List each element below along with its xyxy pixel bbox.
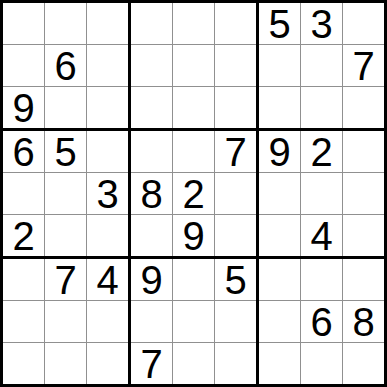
cell-r2c2[interactable]: 6: [45, 45, 86, 86]
cell-r6c9[interactable]: [343, 215, 384, 256]
cell-r4c5[interactable]: [173, 131, 214, 172]
cell-r3c5[interactable]: [173, 87, 214, 128]
cell-r1c6[interactable]: [215, 3, 256, 44]
cell-r3c1[interactable]: 9: [3, 87, 44, 128]
cell-r7c2[interactable]: 7: [45, 259, 86, 300]
cell-r5c5[interactable]: 2: [173, 173, 214, 214]
cell-r7c1[interactable]: [3, 259, 44, 300]
cell-r8c9[interactable]: 8: [343, 301, 384, 342]
cell-r5c1[interactable]: [3, 173, 44, 214]
cell-r1c4[interactable]: [131, 3, 172, 44]
cell-r7c3[interactable]: 4: [87, 259, 128, 300]
cell-r2c4[interactable]: [131, 45, 172, 86]
cell-r8c3[interactable]: [87, 301, 128, 342]
cell-r5c6[interactable]: [215, 173, 256, 214]
box-3-3: 68: [259, 259, 384, 384]
box-2-2: 7829: [131, 131, 256, 256]
cell-r3c4[interactable]: [131, 87, 172, 128]
cell-r8c7[interactable]: [259, 301, 300, 342]
cell-r6c1[interactable]: 2: [3, 215, 44, 256]
cell-r1c5[interactable]: [173, 3, 214, 44]
cell-r1c8[interactable]: 3: [301, 3, 342, 44]
cell-r3c9[interactable]: [343, 87, 384, 128]
cell-r1c2[interactable]: [45, 3, 86, 44]
cell-r1c7[interactable]: 5: [259, 3, 300, 44]
cell-r3c6[interactable]: [215, 87, 256, 128]
cell-r5c3[interactable]: 3: [87, 173, 128, 214]
cell-r9c3[interactable]: [87, 343, 128, 384]
cell-r7c8[interactable]: [301, 259, 342, 300]
cell-r4c4[interactable]: [131, 131, 172, 172]
cell-r9c9[interactable]: [343, 343, 384, 384]
cell-r7c6[interactable]: 5: [215, 259, 256, 300]
cell-r6c8[interactable]: 4: [301, 215, 342, 256]
cell-r5c2[interactable]: [45, 173, 86, 214]
cell-r8c5[interactable]: [173, 301, 214, 342]
cell-r1c1[interactable]: [3, 3, 44, 44]
cell-r4c6[interactable]: 7: [215, 131, 256, 172]
box-2-1: 6532: [3, 131, 128, 256]
cell-r4c3[interactable]: [87, 131, 128, 172]
cell-r9c1[interactable]: [3, 343, 44, 384]
cell-r2c5[interactable]: [173, 45, 214, 86]
cell-r2c8[interactable]: [301, 45, 342, 86]
box-1-1: 69: [3, 3, 128, 128]
box-1-2: [131, 3, 256, 128]
cell-r8c8[interactable]: 6: [301, 301, 342, 342]
cell-r4c7[interactable]: 9: [259, 131, 300, 172]
cell-r2c6[interactable]: [215, 45, 256, 86]
sudoku-board: 69537653278299247495768: [0, 0, 387, 387]
cell-r5c8[interactable]: [301, 173, 342, 214]
cell-r4c9[interactable]: [343, 131, 384, 172]
cell-r5c9[interactable]: [343, 173, 384, 214]
cell-r7c9[interactable]: [343, 259, 384, 300]
cell-r6c7[interactable]: [259, 215, 300, 256]
cell-r2c3[interactable]: [87, 45, 128, 86]
cell-r2c7[interactable]: [259, 45, 300, 86]
cell-r8c4[interactable]: [131, 301, 172, 342]
cell-r3c3[interactable]: [87, 87, 128, 128]
cell-r6c3[interactable]: [87, 215, 128, 256]
cell-r9c2[interactable]: [45, 343, 86, 384]
cell-r6c5[interactable]: 9: [173, 215, 214, 256]
cell-r3c2[interactable]: [45, 87, 86, 128]
cell-r6c6[interactable]: [215, 215, 256, 256]
cell-r4c1[interactable]: 6: [3, 131, 44, 172]
cell-r7c4[interactable]: 9: [131, 259, 172, 300]
cell-r4c2[interactable]: 5: [45, 131, 86, 172]
cell-r9c8[interactable]: [301, 343, 342, 384]
cell-r1c9[interactable]: [343, 3, 384, 44]
cell-r6c2[interactable]: [45, 215, 86, 256]
cell-r2c9[interactable]: 7: [343, 45, 384, 86]
cell-r8c1[interactable]: [3, 301, 44, 342]
cell-r8c2[interactable]: [45, 301, 86, 342]
cell-r8c6[interactable]: [215, 301, 256, 342]
cell-r9c4[interactable]: 7: [131, 343, 172, 384]
cell-r4c8[interactable]: 2: [301, 131, 342, 172]
box-3-1: 74: [3, 259, 128, 384]
cell-r5c7[interactable]: [259, 173, 300, 214]
cell-r9c7[interactable]: [259, 343, 300, 384]
cell-r9c6[interactable]: [215, 343, 256, 384]
cell-r5c4[interactable]: 8: [131, 173, 172, 214]
cell-r7c7[interactable]: [259, 259, 300, 300]
cell-r9c5[interactable]: [173, 343, 214, 384]
box-1-3: 537: [259, 3, 384, 128]
box-2-3: 924: [259, 131, 384, 256]
box-3-2: 957: [131, 259, 256, 384]
cell-r7c5[interactable]: [173, 259, 214, 300]
cell-r3c8[interactable]: [301, 87, 342, 128]
cell-r1c3[interactable]: [87, 3, 128, 44]
cell-r2c1[interactable]: [3, 45, 44, 86]
cell-r3c7[interactable]: [259, 87, 300, 128]
cell-r6c4[interactable]: [131, 215, 172, 256]
